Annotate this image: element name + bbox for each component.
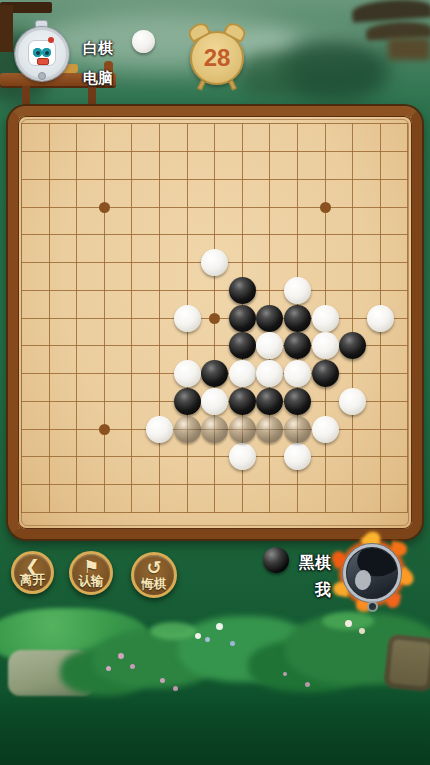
player-role-label: 黑棋 [299,549,331,576]
flower [345,620,352,627]
flower [130,664,135,669]
clock-leg [197,79,206,90]
flower [216,623,223,630]
log-stump [383,634,430,693]
flower [359,628,365,634]
robot-mouth-icon [37,58,49,65]
flower [283,672,287,676]
robot-eye-icon [42,48,51,57]
opponent-name-label: 电脑 [83,63,113,93]
pagoda-roof [351,0,430,23]
flower [160,678,165,683]
clock-leg [228,79,237,90]
black-stone-icon [263,547,289,573]
leave-button-label: 离开 [14,572,51,589]
pagoda-wall [388,38,430,60]
wooden-pillar [0,5,13,52]
undo-move-button[interactable]: ↺ 悔棋 [131,552,177,598]
gomoku-board[interactable] [8,106,422,539]
player-avatar-active [334,535,410,611]
player-info: 黑棋 我 [299,549,331,603]
timer-value: 28 [192,44,242,72]
resign-button[interactable]: ⚑ 认输 [69,551,113,595]
flower [118,653,124,659]
flower [305,682,310,687]
timer-clock: 28 [190,31,244,85]
white-stone-icon [132,30,155,53]
game-screen: 白棋 电脑 28 ❮ 离开 ⚑ 认输 ↺ 悔棋 黑棋 我 [0,0,430,765]
ground-shadow [0,690,430,765]
player-name-label: 我 [299,576,331,603]
table-leg [22,86,30,105]
robot-icon [28,40,56,66]
grass-tuft [150,622,196,640]
opponent-avatar [15,27,69,81]
leave-button[interactable]: ❮ 离开 [11,551,54,594]
avatar-badge-icon [367,601,378,612]
opponent-role-label: 白棋 [83,33,113,63]
player-avatar-image [347,548,397,598]
flower [106,666,111,671]
tree-silhouette [240,52,300,98]
robot-eye-icon [33,48,42,57]
flower [195,633,201,639]
flower [230,641,235,646]
robot-dot-icon [48,37,54,43]
avatar-knob [38,72,46,80]
undo-button-label: 悔棋 [134,576,174,593]
flower [205,637,210,642]
resign-button-label: 认输 [72,573,110,590]
opponent-info: 白棋 电脑 [83,33,113,93]
